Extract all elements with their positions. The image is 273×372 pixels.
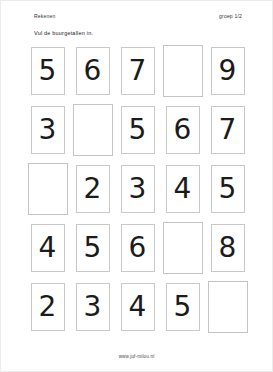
cell-r4c1: 4 (25, 218, 70, 277)
cell-r4c5: 8 (205, 218, 250, 277)
group-label: groep 1/2 (219, 13, 242, 19)
answer-box[interactable] (163, 222, 203, 274)
number-box: 7 (211, 106, 245, 154)
number-box: 6 (121, 224, 155, 272)
answer-box[interactable] (163, 45, 203, 97)
number-box: 6 (166, 106, 200, 154)
cell-r1c4 (160, 41, 205, 100)
cell-r5c3: 4 (115, 277, 160, 336)
number-box: 9 (211, 47, 245, 95)
answer-box[interactable] (28, 163, 68, 215)
number-box: 5 (31, 47, 65, 95)
answer-box[interactable] (73, 104, 113, 156)
cell-r4c3: 6 (115, 218, 160, 277)
cell-r5c2: 3 (70, 277, 115, 336)
answer-box[interactable] (208, 281, 248, 333)
cell-r4c2: 5 (70, 218, 115, 277)
number-box: 5 (166, 283, 200, 331)
number-grid: 5 6 7 9 3 5 6 7 2 3 4 5 4 5 6 8 2 3 4 5 (25, 41, 250, 336)
number-box: 3 (121, 165, 155, 213)
cell-r3c5: 5 (205, 159, 250, 218)
number-box: 4 (166, 165, 200, 213)
number-box: 4 (31, 224, 65, 272)
number-box: 6 (76, 47, 110, 95)
number-box: 5 (121, 106, 155, 154)
cell-r2c1: 3 (25, 100, 70, 159)
number-box: 2 (31, 283, 65, 331)
cell-r3c2: 2 (70, 159, 115, 218)
cell-r2c2 (70, 100, 115, 159)
cell-r1c5: 9 (205, 41, 250, 100)
worksheet-page: Rekenen groep 1/2 Vul de buurgetallen in… (0, 0, 273, 372)
number-box: 7 (121, 47, 155, 95)
cell-r2c5: 7 (205, 100, 250, 159)
cell-r1c3: 7 (115, 41, 160, 100)
cell-r3c4: 4 (160, 159, 205, 218)
cell-r2c3: 5 (115, 100, 160, 159)
number-box: 5 (211, 165, 245, 213)
number-box: 3 (31, 106, 65, 154)
website-footer: www.juf-milou.nl (1, 354, 272, 359)
subject-label: Rekenen (34, 13, 55, 19)
number-box: 4 (121, 283, 155, 331)
number-box: 2 (76, 165, 110, 213)
cell-r1c1: 5 (25, 41, 70, 100)
cell-r1c2: 6 (70, 41, 115, 100)
cell-r4c4 (160, 218, 205, 277)
instruction-title: Vul de buurgetallen in. (34, 30, 93, 36)
cell-r2c4: 6 (160, 100, 205, 159)
cell-r5c4: 5 (160, 277, 205, 336)
cell-r5c1: 2 (25, 277, 70, 336)
number-box: 3 (76, 283, 110, 331)
cell-r5c5 (205, 277, 250, 336)
cell-r3c3: 3 (115, 159, 160, 218)
number-box: 5 (76, 224, 110, 272)
number-box: 8 (211, 224, 245, 272)
cell-r3c1 (25, 159, 70, 218)
